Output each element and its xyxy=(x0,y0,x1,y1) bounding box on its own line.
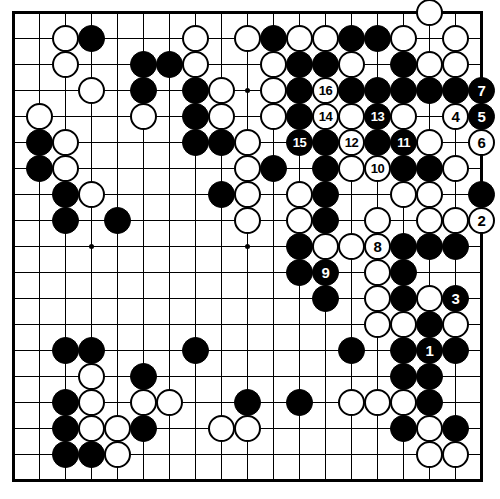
white-stone[interactable] xyxy=(338,155,365,182)
black-stone[interactable] xyxy=(390,363,417,390)
white-stone[interactable] xyxy=(182,25,209,52)
go-diagram: 16714134515121161028931 xyxy=(0,0,500,499)
black-stone[interactable] xyxy=(182,103,209,130)
move-number-label: 3 xyxy=(452,291,460,306)
black-stone[interactable] xyxy=(364,25,391,52)
black-stone[interactable] xyxy=(26,155,53,182)
black-stone[interactable] xyxy=(208,129,235,156)
black-stone[interactable] xyxy=(182,77,209,104)
white-stone[interactable] xyxy=(442,51,469,78)
white-stone[interactable] xyxy=(52,129,79,156)
white-stone[interactable] xyxy=(78,77,105,104)
white-stone[interactable] xyxy=(442,311,469,338)
move-number-label: 2 xyxy=(478,213,486,228)
move-1-stone-black[interactable]: 1 xyxy=(416,337,443,364)
move-number-label: 16 xyxy=(319,84,332,97)
white-stone[interactable] xyxy=(52,155,79,182)
move-number-label: 8 xyxy=(374,239,382,254)
black-stone[interactable] xyxy=(182,337,209,364)
white-stone[interactable] xyxy=(78,389,105,416)
white-stone[interactable] xyxy=(26,103,53,130)
black-stone[interactable] xyxy=(416,311,443,338)
white-stone[interactable] xyxy=(234,415,261,442)
black-stone[interactable] xyxy=(390,155,417,182)
move-number-label: 10 xyxy=(371,162,384,175)
black-stone[interactable] xyxy=(286,259,313,286)
white-stone[interactable] xyxy=(364,259,391,286)
black-stone[interactable] xyxy=(390,77,417,104)
white-stone[interactable] xyxy=(338,103,365,130)
black-stone[interactable] xyxy=(52,181,79,208)
black-stone[interactable] xyxy=(156,51,183,78)
black-stone[interactable] xyxy=(286,389,313,416)
move-10-stone-white[interactable]: 10 xyxy=(364,155,391,182)
white-stone[interactable] xyxy=(364,311,391,338)
white-stone[interactable] xyxy=(442,25,469,52)
black-stone[interactable] xyxy=(286,77,313,104)
move-number-label: 9 xyxy=(322,265,330,280)
star-point xyxy=(245,244,250,249)
move-9-stone-black[interactable]: 9 xyxy=(312,259,339,286)
white-stone[interactable] xyxy=(260,103,287,130)
move-4-stone-white[interactable]: 4 xyxy=(442,103,469,130)
white-stone[interactable] xyxy=(338,233,365,260)
move-number-label: 13 xyxy=(371,110,384,123)
white-stone[interactable] xyxy=(208,415,235,442)
white-stone[interactable] xyxy=(312,25,339,52)
black-stone[interactable] xyxy=(390,337,417,364)
white-stone[interactable] xyxy=(416,207,443,234)
black-stone[interactable] xyxy=(442,415,469,442)
move-13-stone-black[interactable]: 13 xyxy=(364,103,391,130)
white-stone[interactable] xyxy=(208,103,235,130)
black-stone[interactable] xyxy=(390,259,417,286)
black-stone[interactable] xyxy=(442,77,469,104)
white-stone[interactable] xyxy=(416,441,443,468)
white-stone[interactable] xyxy=(78,363,105,390)
black-stone[interactable] xyxy=(416,389,443,416)
black-stone[interactable] xyxy=(390,233,417,260)
white-stone[interactable] xyxy=(390,25,417,52)
black-stone[interactable] xyxy=(338,77,365,104)
black-stone[interactable] xyxy=(130,77,157,104)
white-stone[interactable] xyxy=(442,441,469,468)
black-stone[interactable] xyxy=(78,337,105,364)
white-stone[interactable] xyxy=(416,51,443,78)
white-stone[interactable] xyxy=(312,233,339,260)
move-3-stone-black[interactable]: 3 xyxy=(442,285,469,312)
white-stone[interactable] xyxy=(338,389,365,416)
black-stone[interactable] xyxy=(130,363,157,390)
white-stone[interactable] xyxy=(416,415,443,442)
black-stone[interactable] xyxy=(416,155,443,182)
move-8-stone-white[interactable]: 8 xyxy=(364,233,391,260)
black-stone[interactable] xyxy=(104,207,131,234)
black-stone[interactable] xyxy=(182,129,209,156)
black-stone[interactable] xyxy=(78,441,105,468)
black-stone[interactable] xyxy=(286,51,313,78)
black-stone[interactable] xyxy=(26,129,53,156)
white-stone[interactable] xyxy=(156,389,183,416)
black-stone[interactable] xyxy=(234,389,261,416)
black-stone[interactable] xyxy=(390,51,417,78)
black-stone[interactable] xyxy=(416,233,443,260)
move-number-label: 11 xyxy=(397,136,410,149)
black-stone[interactable] xyxy=(312,207,339,234)
move-2-stone-white[interactable]: 2 xyxy=(468,207,495,234)
white-stone[interactable] xyxy=(364,389,391,416)
white-stone[interactable] xyxy=(364,207,391,234)
move-number-label: 1 xyxy=(426,343,434,358)
star-point xyxy=(89,244,94,249)
black-stone[interactable] xyxy=(52,415,79,442)
black-stone[interactable] xyxy=(390,415,417,442)
move-6-stone-white[interactable]: 6 xyxy=(468,129,495,156)
move-number-label: 15 xyxy=(293,136,306,149)
black-stone[interactable] xyxy=(364,77,391,104)
move-15-stone-black[interactable]: 15 xyxy=(286,129,313,156)
white-stone[interactable] xyxy=(390,181,417,208)
white-stone[interactable] xyxy=(416,129,443,156)
white-stone[interactable] xyxy=(234,181,261,208)
white-stone[interactable] xyxy=(130,389,157,416)
white-stone[interactable] xyxy=(286,207,313,234)
move-number-label: 12 xyxy=(345,136,358,149)
black-stone[interactable] xyxy=(338,25,365,52)
black-stone[interactable] xyxy=(78,25,105,52)
white-stone[interactable] xyxy=(260,51,287,78)
black-stone[interactable] xyxy=(312,51,339,78)
black-stone[interactable] xyxy=(52,337,79,364)
white-stone[interactable] xyxy=(52,25,79,52)
black-stone[interactable] xyxy=(442,233,469,260)
black-stone[interactable] xyxy=(286,233,313,260)
black-stone[interactable] xyxy=(468,181,495,208)
black-stone[interactable] xyxy=(260,25,287,52)
move-5-stone-black[interactable]: 5 xyxy=(468,103,495,130)
white-stone[interactable] xyxy=(234,129,261,156)
black-stone[interactable] xyxy=(364,129,391,156)
white-stone[interactable] xyxy=(78,415,105,442)
black-stone[interactable] xyxy=(416,77,443,104)
white-stone[interactable] xyxy=(182,51,209,78)
white-stone[interactable] xyxy=(78,181,105,208)
move-7-stone-black[interactable]: 7 xyxy=(468,77,495,104)
white-stone[interactable] xyxy=(286,181,313,208)
black-stone[interactable] xyxy=(442,337,469,364)
black-stone[interactable] xyxy=(338,337,365,364)
black-stone[interactable] xyxy=(286,103,313,130)
white-stone[interactable] xyxy=(104,441,131,468)
white-stone[interactable] xyxy=(416,0,443,26)
black-stone[interactable] xyxy=(416,363,443,390)
black-stone[interactable] xyxy=(130,51,157,78)
black-stone[interactable] xyxy=(130,415,157,442)
white-stone[interactable] xyxy=(234,207,261,234)
move-12-stone-white[interactable]: 12 xyxy=(338,129,365,156)
black-stone[interactable] xyxy=(52,441,79,468)
white-stone[interactable] xyxy=(364,285,391,312)
white-stone[interactable] xyxy=(130,103,157,130)
white-stone[interactable] xyxy=(442,155,469,182)
move-number-label: 4 xyxy=(452,109,460,124)
move-number-label: 14 xyxy=(319,110,332,123)
white-stone[interactable] xyxy=(416,181,443,208)
black-stone[interactable] xyxy=(312,155,339,182)
star-point xyxy=(245,88,250,93)
black-stone[interactable] xyxy=(52,207,79,234)
move-number-label: 7 xyxy=(478,83,486,98)
move-number-label: 6 xyxy=(478,135,486,150)
white-stone[interactable] xyxy=(390,103,417,130)
black-stone[interactable] xyxy=(260,155,287,182)
move-number-label: 5 xyxy=(478,109,486,124)
go-board[interactable]: 16714134515121161028931 xyxy=(0,0,500,499)
white-stone[interactable] xyxy=(286,25,313,52)
move-16-stone-white[interactable]: 16 xyxy=(312,77,339,104)
white-stone[interactable] xyxy=(52,51,79,78)
white-stone[interactable] xyxy=(234,155,261,182)
white-stone[interactable] xyxy=(104,415,131,442)
black-stone[interactable] xyxy=(312,181,339,208)
black-stone[interactable] xyxy=(52,389,79,416)
move-14-stone-white[interactable]: 14 xyxy=(312,103,339,130)
white-stone[interactable] xyxy=(416,285,443,312)
white-stone[interactable] xyxy=(390,311,417,338)
white-stone[interactable] xyxy=(260,77,287,104)
white-stone[interactable] xyxy=(234,25,261,52)
white-stone[interactable] xyxy=(390,389,417,416)
move-11-stone-black[interactable]: 11 xyxy=(390,129,417,156)
black-stone[interactable] xyxy=(312,285,339,312)
black-stone[interactable] xyxy=(312,129,339,156)
white-stone[interactable] xyxy=(338,51,365,78)
black-stone[interactable] xyxy=(208,181,235,208)
white-stone[interactable] xyxy=(442,207,469,234)
white-stone[interactable] xyxy=(208,77,235,104)
black-stone[interactable] xyxy=(390,285,417,312)
